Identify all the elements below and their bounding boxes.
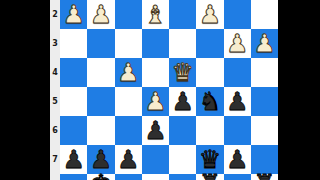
square-f7[interactable]: ♟: [115, 145, 142, 174]
square-c8[interactable]: ♜: [196, 174, 223, 180]
square-e7[interactable]: [142, 145, 169, 174]
square-g3[interactable]: [87, 29, 114, 58]
square-f4[interactable]: ♟: [115, 58, 142, 87]
square-h5[interactable]: [60, 87, 87, 116]
square-c5[interactable]: ♞: [196, 87, 223, 116]
square-g2[interactable]: ♟: [87, 0, 114, 29]
square-d2[interactable]: [169, 0, 196, 29]
square-b4[interactable]: [224, 58, 251, 87]
white-queen[interactable]: ♛: [171, 58, 193, 87]
square-e2[interactable]: ♝: [142, 0, 169, 29]
square-h7[interactable]: ♟: [60, 145, 87, 174]
black-pawn[interactable]: ♟: [144, 116, 166, 145]
square-g4[interactable]: [87, 58, 114, 87]
rank-label-2: 2: [50, 0, 60, 29]
square-e5[interactable]: ♟: [142, 87, 169, 116]
left-black-margin: [0, 0, 50, 180]
rank-label-6: 6: [50, 116, 60, 145]
square-b5[interactable]: ♟: [224, 87, 251, 116]
square-a6[interactable]: [251, 116, 278, 145]
black-pawn[interactable]: ♟: [62, 145, 84, 174]
white-pawn[interactable]: ♟: [90, 0, 112, 29]
square-c3[interactable]: [196, 29, 223, 58]
black-knight[interactable]: ♞: [199, 87, 221, 116]
right-black-margin: [278, 0, 320, 180]
square-h3[interactable]: [60, 29, 87, 58]
square-f5[interactable]: [115, 87, 142, 116]
square-b7[interactable]: ♟: [224, 145, 251, 174]
square-g6[interactable]: [87, 116, 114, 145]
square-b6[interactable]: [224, 116, 251, 145]
black-rook[interactable]: ♜: [253, 169, 275, 180]
square-e4[interactable]: [142, 58, 169, 87]
white-bishop[interactable]: ♝: [144, 0, 166, 29]
black-pawn[interactable]: ♟: [226, 145, 248, 174]
square-b2[interactable]: [224, 0, 251, 29]
square-a2[interactable]: [251, 0, 278, 29]
black-pawn[interactable]: ♟: [226, 87, 248, 116]
square-b3[interactable]: ♟: [224, 29, 251, 58]
square-h2[interactable]: ♟: [60, 0, 87, 29]
rank-label-7: 7: [50, 145, 60, 174]
square-f3[interactable]: [115, 29, 142, 58]
square-e3[interactable]: [142, 29, 169, 58]
square-d8[interactable]: [169, 174, 196, 180]
white-pawn[interactable]: ♟: [253, 29, 275, 58]
square-f8[interactable]: [115, 174, 142, 180]
square-d4[interactable]: ♛: [169, 58, 196, 87]
rank-label-strip: 2 3 4 5 6 7: [50, 0, 60, 180]
square-a3[interactable]: ♟: [251, 29, 278, 58]
square-g5[interactable]: [87, 87, 114, 116]
square-d5[interactable]: ♟: [169, 87, 196, 116]
white-pawn[interactable]: ♟: [117, 58, 139, 87]
white-pawn[interactable]: ♟: [62, 0, 84, 29]
square-f2[interactable]: [115, 0, 142, 29]
square-f6[interactable]: [115, 116, 142, 145]
square-c6[interactable]: [196, 116, 223, 145]
black-pawn[interactable]: ♟: [117, 145, 139, 174]
square-h8[interactable]: [60, 174, 87, 180]
rank-label-3: 3: [50, 29, 60, 58]
rank-label-5: 5: [50, 87, 60, 116]
square-d6[interactable]: [169, 116, 196, 145]
square-h4[interactable]: [60, 58, 87, 87]
square-e8[interactable]: [142, 174, 169, 180]
square-d3[interactable]: [169, 29, 196, 58]
chess-app-window: 2 3 4 5 6 7 ♟♟♝♟♟♟♟♛♟♟♞♟♟♟♟♟♛♟♚♜♜: [0, 0, 320, 180]
white-pawn[interactable]: ♟: [144, 87, 166, 116]
black-king[interactable]: ♚: [90, 169, 112, 180]
square-c4[interactable]: [196, 58, 223, 87]
white-pawn[interactable]: ♟: [199, 0, 221, 29]
square-b8[interactable]: [224, 174, 251, 180]
square-d7[interactable]: [169, 145, 196, 174]
square-a8[interactable]: ♜: [251, 174, 278, 180]
square-a5[interactable]: [251, 87, 278, 116]
black-pawn[interactable]: ♟: [171, 87, 193, 116]
square-c2[interactable]: ♟: [196, 0, 223, 29]
square-g8[interactable]: ♚: [87, 174, 114, 180]
rank-label-4: 4: [50, 58, 60, 87]
square-a4[interactable]: [251, 58, 278, 87]
black-rook[interactable]: ♜: [199, 169, 221, 180]
white-pawn[interactable]: ♟: [226, 29, 248, 58]
chess-board[interactable]: ♟♟♝♟♟♟♟♛♟♟♞♟♟♟♟♟♛♟♚♜♜: [60, 0, 278, 180]
square-h6[interactable]: [60, 116, 87, 145]
square-e6[interactable]: ♟: [142, 116, 169, 145]
